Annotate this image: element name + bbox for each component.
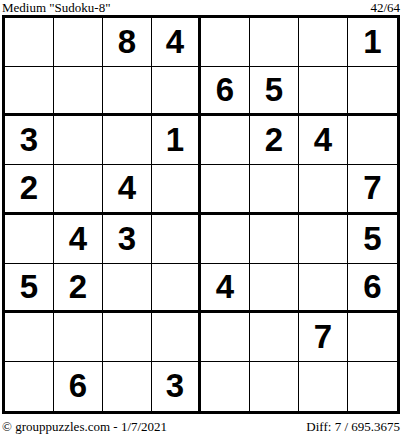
cell-r5-c8-given: 5 xyxy=(348,215,397,264)
cell-r7-c3-empty[interactable] xyxy=(103,313,152,362)
cell-r1-c3-given: 8 xyxy=(103,18,152,67)
cell-r3-c8-empty[interactable] xyxy=(348,116,397,165)
cell-r2-c5-given: 6 xyxy=(201,67,250,116)
cell-r5-c5-empty[interactable] xyxy=(201,215,250,264)
cell-r1-c1-empty[interactable] xyxy=(5,18,54,67)
cell-r8-c5-empty[interactable] xyxy=(201,362,250,411)
cell-r1-c2-empty[interactable] xyxy=(54,18,103,67)
cell-r6-c8-given: 6 xyxy=(348,264,397,313)
cell-r6-c1-given: 5 xyxy=(5,264,54,313)
cell-r1-c5-empty[interactable] xyxy=(201,18,250,67)
cell-r6-c7-empty[interactable] xyxy=(299,264,348,313)
cell-r6-c6-empty[interactable] xyxy=(250,264,299,313)
puzzle-title: Medium "Sudoku-8" xyxy=(2,1,110,15)
cell-r4-c8-given: 7 xyxy=(348,165,397,214)
cell-r2-c1-empty[interactable] xyxy=(5,67,54,116)
cell-r6-c3-empty[interactable] xyxy=(103,264,152,313)
cell-r7-c1-empty[interactable] xyxy=(5,313,54,362)
cell-r3-c4-given: 1 xyxy=(152,116,201,165)
cell-r4-c1-given: 2 xyxy=(5,165,54,214)
cell-r6-c2-given: 2 xyxy=(54,264,103,313)
credit-text: © grouppuzzles.com - 1/7/2021 xyxy=(2,419,167,434)
cell-r4-c4-empty[interactable] xyxy=(152,165,201,214)
cell-r7-c6-empty[interactable] xyxy=(250,313,299,362)
cell-r3-c2-empty[interactable] xyxy=(54,116,103,165)
cell-r7-c4-empty[interactable] xyxy=(152,313,201,362)
cell-r5-c2-given: 4 xyxy=(54,215,103,264)
cell-r8-c2-given: 6 xyxy=(54,362,103,411)
cell-r4-c2-empty[interactable] xyxy=(54,165,103,214)
cell-r2-c3-empty[interactable] xyxy=(103,67,152,116)
cell-r3-c5-empty[interactable] xyxy=(201,116,250,165)
cell-r7-c2-empty[interactable] xyxy=(54,313,103,362)
cell-r8-c1-empty[interactable] xyxy=(5,362,54,411)
cell-r8-c7-empty[interactable] xyxy=(299,362,348,411)
cell-r2-c2-empty[interactable] xyxy=(54,67,103,116)
cell-r1-c7-empty[interactable] xyxy=(299,18,348,67)
sudoku-board: 8416531242474355246763 xyxy=(2,15,400,414)
cell-r7-c7-given: 7 xyxy=(299,313,348,362)
cell-r3-c6-given: 2 xyxy=(250,116,299,165)
cell-r3-c7-given: 4 xyxy=(299,116,348,165)
cell-r7-c8-empty[interactable] xyxy=(348,313,397,362)
header: Medium "Sudoku-8" 42/64 xyxy=(2,0,400,15)
cell-r4-c5-empty[interactable] xyxy=(201,165,250,214)
footer: © grouppuzzles.com - 1/7/2021 Diff: 7 / … xyxy=(2,419,400,434)
cell-r3-c1-given: 3 xyxy=(5,116,54,165)
cell-r1-c8-given: 1 xyxy=(348,18,397,67)
cell-r8-c4-given: 3 xyxy=(152,362,201,411)
cell-r5-c7-empty[interactable] xyxy=(299,215,348,264)
cell-r2-c6-given: 5 xyxy=(250,67,299,116)
puzzle-counter: 42/64 xyxy=(370,1,400,15)
cell-r5-c3-given: 3 xyxy=(103,215,152,264)
cell-r4-c3-given: 4 xyxy=(103,165,152,214)
cell-r5-c1-empty[interactable] xyxy=(5,215,54,264)
cell-r5-c4-empty[interactable] xyxy=(152,215,201,264)
cell-r1-c4-given: 4 xyxy=(152,18,201,67)
cell-r2-c7-empty[interactable] xyxy=(299,67,348,116)
cell-r8-c8-empty[interactable] xyxy=(348,362,397,411)
cell-r2-c8-empty[interactable] xyxy=(348,67,397,116)
cell-r1-c6-empty[interactable] xyxy=(250,18,299,67)
cell-r4-c6-empty[interactable] xyxy=(250,165,299,214)
cell-r8-c3-empty[interactable] xyxy=(103,362,152,411)
cell-r4-c7-empty[interactable] xyxy=(299,165,348,214)
sudoku-page: Medium "Sudoku-8" 42/64 8416531242474355… xyxy=(0,0,403,437)
cell-r8-c6-empty[interactable] xyxy=(250,362,299,411)
cell-r2-c4-empty[interactable] xyxy=(152,67,201,116)
difficulty-text: Diff: 7 / 695.3675 xyxy=(306,419,400,434)
cell-r6-c5-given: 4 xyxy=(201,264,250,313)
cell-r6-c4-empty[interactable] xyxy=(152,264,201,313)
cell-r3-c3-empty[interactable] xyxy=(103,116,152,165)
cell-r7-c5-empty[interactable] xyxy=(201,313,250,362)
cell-r5-c6-empty[interactable] xyxy=(250,215,299,264)
